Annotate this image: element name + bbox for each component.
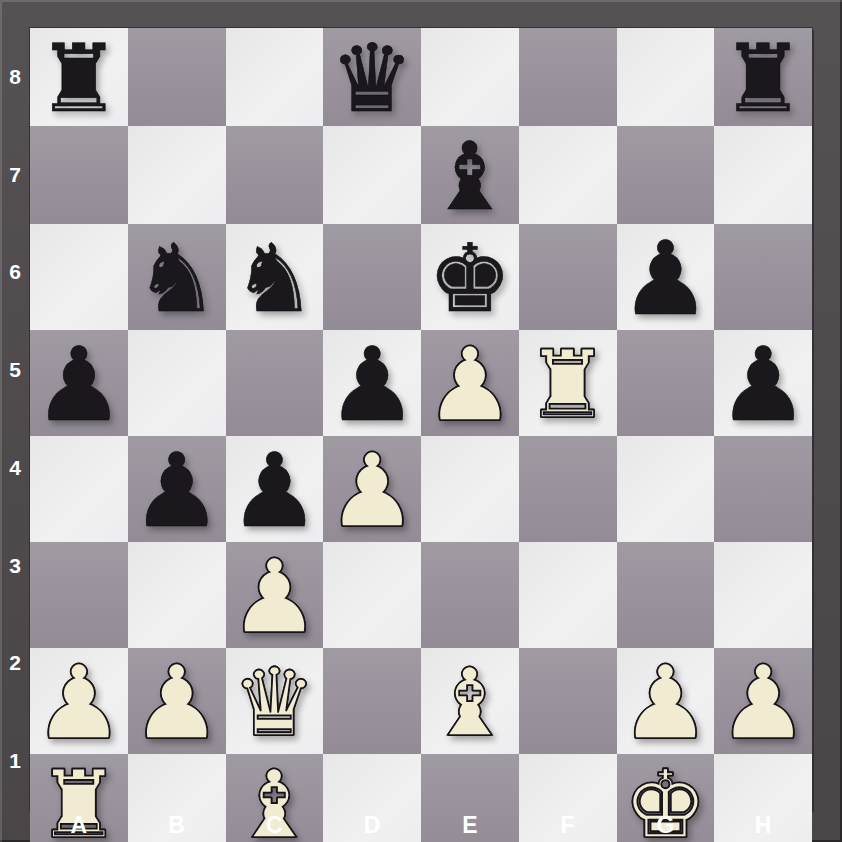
square-a2[interactable]: ♟ <box>30 648 128 754</box>
black-bishop-icon[interactable]: ♝ <box>428 126 512 224</box>
file-label-d: D <box>323 810 421 840</box>
square-c6[interactable]: ♞ <box>226 224 324 330</box>
white-pawn-icon[interactable]: ♟ <box>620 648 711 754</box>
white-pawn-icon[interactable]: ♟ <box>229 542 320 648</box>
square-h3[interactable] <box>714 542 812 648</box>
square-e3[interactable] <box>421 542 519 648</box>
square-g5[interactable] <box>617 330 715 436</box>
black-pawn-icon[interactable]: ♟ <box>620 224 711 330</box>
rank-label-6: 6 <box>0 224 30 322</box>
square-a6[interactable] <box>30 224 128 330</box>
white-pawn-icon[interactable]: ♟ <box>326 436 417 542</box>
square-d4[interactable]: ♟ <box>323 436 421 542</box>
black-king-icon[interactable]: ♚ <box>428 228 512 326</box>
square-a8[interactable]: ♜ <box>30 28 128 126</box>
square-f3[interactable] <box>519 542 617 648</box>
square-f4[interactable] <box>519 436 617 542</box>
square-g4[interactable] <box>617 436 715 542</box>
black-pawn-icon[interactable]: ♟ <box>131 436 222 542</box>
square-f8[interactable] <box>519 28 617 126</box>
square-c3[interactable]: ♟ <box>226 542 324 648</box>
square-b7[interactable] <box>128 126 226 224</box>
file-label-f: F <box>519 810 617 840</box>
square-e4[interactable] <box>421 436 519 542</box>
rank-label-2: 2 <box>0 615 30 713</box>
square-g8[interactable] <box>617 28 715 126</box>
square-e8[interactable] <box>421 28 519 126</box>
black-knight-icon[interactable]: ♞ <box>134 228 218 326</box>
square-c4[interactable]: ♟ <box>226 436 324 542</box>
square-c2[interactable]: ♛ <box>226 648 324 754</box>
square-a5[interactable]: ♟ <box>30 330 128 436</box>
black-rook-icon[interactable]: ♜ <box>37 28 121 126</box>
square-d2[interactable] <box>323 648 421 754</box>
file-labels: ABCDEFGH <box>30 810 812 842</box>
square-f2[interactable] <box>519 648 617 754</box>
chess-board: ♜♛♜♝♞♞♚♟♟♟♟♜♟♟♟♟♟♟♟♛♝♟♟♜♝♚ 87654321 ABCD… <box>0 0 842 842</box>
square-d7[interactable] <box>323 126 421 224</box>
square-a7[interactable] <box>30 126 128 224</box>
square-e5[interactable]: ♟ <box>421 330 519 436</box>
black-pawn-icon[interactable]: ♟ <box>229 436 320 542</box>
square-b5[interactable] <box>128 330 226 436</box>
rank-label-3: 3 <box>0 517 30 615</box>
square-a4[interactable] <box>30 436 128 542</box>
square-d3[interactable] <box>323 542 421 648</box>
square-f6[interactable] <box>519 224 617 330</box>
white-queen-icon[interactable]: ♛ <box>232 652 316 750</box>
square-e7[interactable]: ♝ <box>421 126 519 224</box>
rank-label-5: 5 <box>0 321 30 419</box>
square-b4[interactable]: ♟ <box>128 436 226 542</box>
black-pawn-icon[interactable]: ♟ <box>326 330 417 436</box>
white-pawn-icon[interactable]: ♟ <box>717 648 808 754</box>
square-b6[interactable]: ♞ <box>128 224 226 330</box>
square-g6[interactable]: ♟ <box>617 224 715 330</box>
square-h2[interactable]: ♟ <box>714 648 812 754</box>
square-e6[interactable]: ♚ <box>421 224 519 330</box>
rank-label-8: 8 <box>0 28 30 126</box>
square-d6[interactable] <box>323 224 421 330</box>
square-b3[interactable] <box>128 542 226 648</box>
file-label-e: E <box>421 810 519 840</box>
file-label-b: B <box>128 810 226 840</box>
square-h5[interactable]: ♟ <box>714 330 812 436</box>
file-label-g: G <box>617 810 715 840</box>
square-h7[interactable] <box>714 126 812 224</box>
file-label-a: A <box>30 810 128 840</box>
square-c5[interactable] <box>226 330 324 436</box>
square-c8[interactable] <box>226 28 324 126</box>
square-f5[interactable]: ♜ <box>519 330 617 436</box>
square-g2[interactable]: ♟ <box>617 648 715 754</box>
white-pawn-icon[interactable]: ♟ <box>424 330 515 436</box>
white-rook-icon[interactable]: ♜ <box>525 334 609 432</box>
white-pawn-icon[interactable]: ♟ <box>131 648 222 754</box>
square-h4[interactable] <box>714 436 812 542</box>
square-b2[interactable]: ♟ <box>128 648 226 754</box>
black-pawn-icon[interactable]: ♟ <box>33 330 124 436</box>
square-b8[interactable] <box>128 28 226 126</box>
square-d5[interactable]: ♟ <box>323 330 421 436</box>
black-rook-icon[interactable]: ♜ <box>721 28 805 126</box>
white-pawn-icon[interactable]: ♟ <box>33 648 124 754</box>
file-label-c: C <box>226 810 324 840</box>
black-knight-icon[interactable]: ♞ <box>232 228 316 326</box>
square-d8[interactable]: ♛ <box>323 28 421 126</box>
square-e2[interactable]: ♝ <box>421 648 519 754</box>
white-bishop-icon[interactable]: ♝ <box>428 652 512 750</box>
black-queen-icon[interactable]: ♛ <box>330 28 414 126</box>
board-grid: ♜♛♜♝♞♞♚♟♟♟♟♜♟♟♟♟♟♟♟♛♝♟♟♜♝♚ <box>30 28 812 810</box>
file-label-h: H <box>714 810 812 840</box>
square-g7[interactable] <box>617 126 715 224</box>
rank-label-7: 7 <box>0 126 30 224</box>
square-a3[interactable] <box>30 542 128 648</box>
square-h6[interactable] <box>714 224 812 330</box>
rank-label-1: 1 <box>0 712 30 810</box>
rank-labels: 87654321 <box>0 28 30 810</box>
square-f7[interactable] <box>519 126 617 224</box>
black-pawn-icon[interactable]: ♟ <box>717 330 808 436</box>
square-h8[interactable]: ♜ <box>714 28 812 126</box>
rank-label-4: 4 <box>0 419 30 517</box>
square-c7[interactable] <box>226 126 324 224</box>
square-g3[interactable] <box>617 542 715 648</box>
